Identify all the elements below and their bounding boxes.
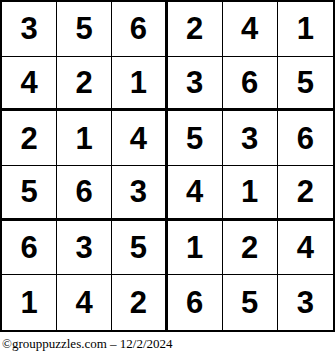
cell-r2c2: 2 — [57, 57, 112, 112]
cell-r6c5: 5 — [223, 275, 278, 330]
cell-r4c6: 2 — [278, 166, 333, 221]
cell-r4c1: 5 — [2, 166, 57, 221]
cell-r5c3: 5 — [112, 221, 167, 276]
cell-r2c6: 5 — [278, 57, 333, 112]
cell-r6c6: 3 — [278, 275, 333, 330]
cell-r6c4: 6 — [168, 275, 223, 330]
copyright-credit: ©grouppuzzles.com – 12/2/2024 — [2, 336, 173, 352]
cell-r2c1: 4 — [2, 57, 57, 112]
cell-r6c1: 1 — [2, 275, 57, 330]
cell-r2c3: 1 — [112, 57, 167, 112]
cell-r1c5: 4 — [223, 2, 278, 57]
cell-r3c5: 3 — [223, 111, 278, 166]
puzzle-page: 3 5 6 2 4 1 4 2 1 3 6 5 2 1 4 5 3 6 5 6 … — [0, 0, 335, 357]
cell-r3c4: 5 — [168, 111, 223, 166]
cell-r1c4: 2 — [168, 2, 223, 57]
cell-r5c1: 6 — [2, 221, 57, 276]
cell-r1c6: 1 — [278, 2, 333, 57]
cell-r5c6: 4 — [278, 221, 333, 276]
sudoku-board: 3 5 6 2 4 1 4 2 1 3 6 5 2 1 4 5 3 6 5 6 … — [0, 0, 335, 332]
cell-r1c1: 3 — [2, 2, 57, 57]
cell-r2c5: 6 — [223, 57, 278, 112]
cell-r4c2: 6 — [57, 166, 112, 221]
cell-r4c3: 3 — [112, 166, 167, 221]
cell-r1c2: 5 — [57, 2, 112, 57]
cell-r5c5: 2 — [223, 221, 278, 276]
cell-r6c2: 4 — [57, 275, 112, 330]
cell-r5c2: 3 — [57, 221, 112, 276]
cell-r3c6: 6 — [278, 111, 333, 166]
cell-r5c4: 1 — [168, 221, 223, 276]
cell-r6c3: 2 — [112, 275, 167, 330]
cell-r3c3: 4 — [112, 111, 167, 166]
cell-r3c1: 2 — [2, 111, 57, 166]
cell-r4c5: 1 — [223, 166, 278, 221]
cell-r3c2: 1 — [57, 111, 112, 166]
cell-r4c4: 4 — [168, 166, 223, 221]
cell-r2c4: 3 — [168, 57, 223, 112]
cell-r1c3: 6 — [112, 2, 167, 57]
